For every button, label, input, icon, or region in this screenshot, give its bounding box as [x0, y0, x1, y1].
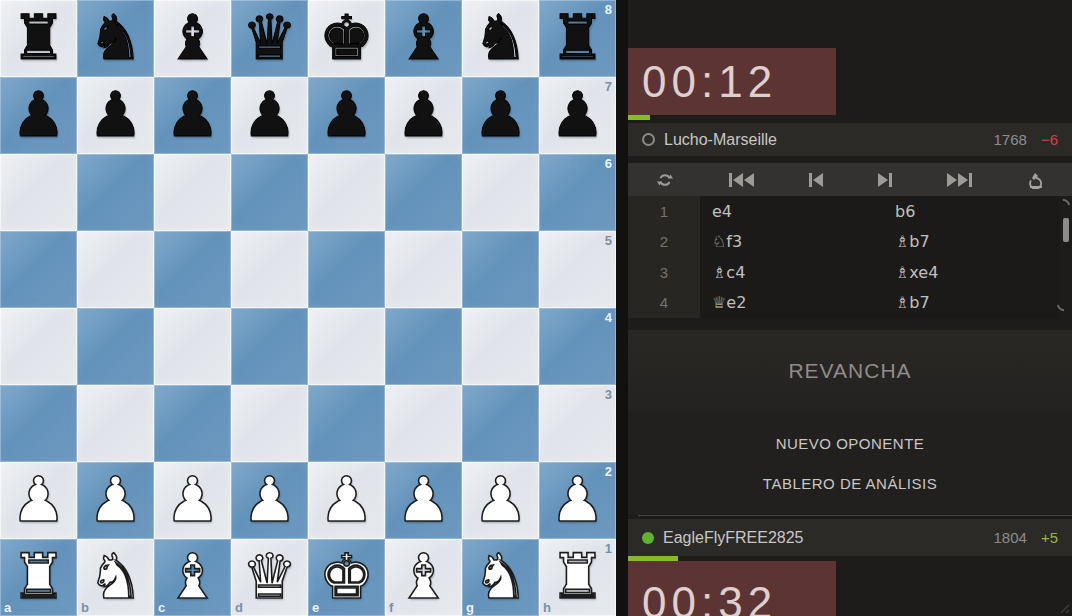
player-rating-delta: +5: [1041, 529, 1058, 546]
black-pawn-piece[interactable]: ♟: [385, 77, 462, 154]
move-number: 3: [628, 257, 700, 288]
square-a2[interactable]: ♟: [0, 462, 77, 539]
square-c7[interactable]: ♟: [154, 77, 231, 154]
post-game-buttons: NUEVO OPONENTE TABLERO DE ANÁLISIS: [628, 412, 1072, 515]
square-d4[interactable]: [231, 308, 308, 385]
black-bishop-piece[interactable]: ♝: [154, 0, 231, 77]
square-b7[interactable]: ♟: [77, 77, 154, 154]
move-number: 4: [628, 288, 700, 319]
app-root: ♜♞♝♛♚♝♞♜♟♟♟♟♟♟♟♟♟♟♟♟♟♟♟♟♜♞♝♛♚♝♞♜87654321…: [0, 0, 1072, 616]
new-opponent-button[interactable]: NUEVO OPONENTE: [770, 434, 931, 453]
white-pawn-piece[interactable]: ♟: [0, 462, 77, 539]
square-g3[interactable]: [462, 385, 539, 462]
move-black[interactable]: ♗b7: [883, 288, 1060, 319]
move-nav-bar: [628, 163, 1072, 196]
resize-diagonal-icon: [1057, 601, 1070, 614]
opponent-name[interactable]: Lucho-Marseille: [664, 131, 985, 149]
file-label-c: c: [158, 600, 165, 615]
black-pawn-piece[interactable]: ♟: [308, 77, 385, 154]
white-pawn-piece[interactable]: ♟: [154, 462, 231, 539]
move-white[interactable]: ♘f3: [700, 227, 883, 258]
white-bishop-piece[interactable]: ♝: [385, 539, 462, 616]
square-b2[interactable]: ♟: [77, 462, 154, 539]
square-f3[interactable]: [385, 385, 462, 462]
black-pawn-piece[interactable]: ♟: [0, 77, 77, 154]
file-label-e: e: [312, 600, 319, 615]
black-pawn-piece[interactable]: ♟: [77, 77, 154, 154]
square-e4[interactable]: [308, 308, 385, 385]
square-f6[interactable]: [385, 154, 462, 231]
player-clock: 00:32: [628, 561, 836, 616]
square-d7[interactable]: ♟: [231, 77, 308, 154]
file-label-f: f: [389, 600, 393, 615]
square-d5[interactable]: [231, 231, 308, 308]
rank-label-7: 7: [592, 79, 612, 94]
rank-label-3: 3: [592, 387, 612, 402]
square-f7[interactable]: ♟: [385, 77, 462, 154]
file-label-g: g: [466, 600, 474, 615]
move-number: 2: [628, 227, 700, 258]
square-a8[interactable]: ♜: [0, 0, 77, 77]
square-d3[interactable]: [231, 385, 308, 462]
sidebar-content: 00:12 Lucho-Marseille 1768 −6: [628, 0, 1072, 616]
white-pawn-piece[interactable]: ♟: [385, 462, 462, 539]
square-c5[interactable]: [154, 231, 231, 308]
black-king-piece[interactable]: ♚: [308, 0, 385, 77]
rank-label-6: 6: [592, 156, 612, 171]
square-g6[interactable]: [462, 154, 539, 231]
square-g8[interactable]: ♞: [462, 0, 539, 77]
offline-status-icon: [642, 133, 655, 146]
square-f2[interactable]: ♟: [385, 462, 462, 539]
white-pawn-piece[interactable]: ♟: [308, 462, 385, 539]
last-move-icon[interactable]: [947, 172, 972, 188]
black-bishop-piece[interactable]: ♝: [385, 0, 462, 77]
square-b8[interactable]: ♞: [77, 0, 154, 77]
square-e1[interactable]: ♚: [308, 539, 385, 616]
square-d6[interactable]: [231, 154, 308, 231]
file-label-a: a: [4, 600, 11, 615]
square-b5[interactable]: [77, 231, 154, 308]
square-b6[interactable]: [77, 154, 154, 231]
square-a5[interactable]: [0, 231, 77, 308]
square-e6[interactable]: [308, 154, 385, 231]
game-sidebar: 00:12 Lucho-Marseille 1768 −6: [616, 0, 1072, 616]
square-c2[interactable]: ♟: [154, 462, 231, 539]
player-name[interactable]: EagleFlyFREE2825: [663, 529, 985, 547]
chess-board[interactable]: ♜♞♝♛♚♝♞♜♟♟♟♟♟♟♟♟♟♟♟♟♟♟♟♟♜♞♝♛♚♝♞♜87654321…: [0, 0, 616, 616]
black-knight-piece[interactable]: ♞: [77, 0, 154, 77]
file-label-b: b: [81, 600, 89, 615]
square-a3[interactable]: [0, 385, 77, 462]
white-rook-piece[interactable]: ♜: [0, 539, 77, 616]
square-f1[interactable]: ♝: [385, 539, 462, 616]
square-a1[interactable]: ♜: [0, 539, 77, 616]
square-g4[interactable]: [462, 308, 539, 385]
rank-label-4: 4: [592, 310, 612, 325]
player-rating: 1804: [994, 529, 1027, 546]
section-divider: [638, 515, 1072, 516]
file-label-d: d: [235, 600, 243, 615]
move-white[interactable]: ♗c4: [700, 257, 883, 288]
move-white[interactable]: ♕e2: [700, 288, 883, 319]
square-d8[interactable]: ♛: [231, 0, 308, 77]
black-pawn-piece[interactable]: ♟: [231, 77, 308, 154]
opponent-rating: 1768: [994, 131, 1027, 148]
square-c3[interactable]: [154, 385, 231, 462]
move-list: 1 e4 b6 2 ♘f3 ♗b7 3 ♗c4 ♗xe4 4 ♕e2 ♗b7: [628, 196, 1060, 318]
next-move-icon[interactable]: [878, 172, 892, 188]
square-a6[interactable]: [0, 154, 77, 231]
move-white[interactable]: e4: [700, 196, 883, 227]
white-king-piece[interactable]: ♚: [308, 539, 385, 616]
move-list-scrollbar[interactable]: [1060, 196, 1072, 318]
player-row: EagleFlyFREE2825 1804 +5: [628, 519, 1072, 556]
black-queen-piece[interactable]: ♛: [231, 0, 308, 77]
rank-label-8: 8: [592, 2, 612, 17]
previous-move-icon[interactable]: [809, 172, 823, 188]
file-label-h: h: [543, 600, 551, 615]
move-black[interactable]: ♗b7: [883, 227, 1060, 258]
square-c8[interactable]: ♝: [154, 0, 231, 77]
white-pawn-piece[interactable]: ♟: [462, 462, 539, 539]
white-pawn-piece[interactable]: ♟: [77, 462, 154, 539]
rematch-button[interactable]: REVANCHA: [788, 359, 911, 383]
square-g2[interactable]: ♟: [462, 462, 539, 539]
board-resize-handle[interactable]: [1057, 601, 1070, 614]
square-g7[interactable]: ♟: [462, 77, 539, 154]
black-knight-piece[interactable]: ♞: [462, 0, 539, 77]
analysis-microscope-icon[interactable]: [1027, 172, 1045, 188]
square-c1[interactable]: ♝: [154, 539, 231, 616]
square-e5[interactable]: [308, 231, 385, 308]
white-bishop-piece[interactable]: ♝: [154, 539, 231, 616]
square-g5[interactable]: [462, 231, 539, 308]
scrollbar-thumb[interactable]: [1063, 218, 1069, 242]
square-f5[interactable]: [385, 231, 462, 308]
rank-label-2: 2: [592, 464, 612, 479]
move-black[interactable]: ♗xe4: [883, 257, 1060, 288]
first-move-icon[interactable]: [729, 172, 754, 188]
opponent-row: Lucho-Marseille 1768 −6: [628, 123, 1072, 156]
square-e7[interactable]: ♟: [308, 77, 385, 154]
square-e8[interactable]: ♚: [308, 0, 385, 77]
square-e2[interactable]: ♟: [308, 462, 385, 539]
black-rook-piece[interactable]: ♜: [0, 0, 77, 77]
square-b3[interactable]: [77, 385, 154, 462]
rank-label-1: 1: [592, 541, 612, 556]
square-a7[interactable]: ♟: [0, 77, 77, 154]
analysis-board-button[interactable]: TABLERO DE ANÁLISIS: [757, 474, 943, 493]
rank-label-5: 5: [592, 233, 612, 248]
square-d2[interactable]: ♟: [231, 462, 308, 539]
rematch-cycle-icon[interactable]: [656, 172, 674, 188]
square-c4[interactable]: [154, 308, 231, 385]
opponent-time-bar: [628, 115, 650, 120]
square-c6[interactable]: [154, 154, 231, 231]
white-pawn-piece[interactable]: ♟: [231, 462, 308, 539]
square-a4[interactable]: [0, 308, 77, 385]
black-pawn-piece[interactable]: ♟: [154, 77, 231, 154]
opponent-rating-delta: −6: [1041, 131, 1058, 148]
square-b4[interactable]: [77, 308, 154, 385]
online-status-icon: [642, 532, 654, 544]
move-number: 1: [628, 196, 700, 227]
move-black[interactable]: b6: [883, 196, 1060, 227]
square-f4[interactable]: [385, 308, 462, 385]
rematch-section: REVANCHA: [628, 330, 1072, 412]
square-f8[interactable]: ♝: [385, 0, 462, 77]
opponent-clock: 00:12: [628, 48, 836, 115]
square-e3[interactable]: [308, 385, 385, 462]
black-pawn-piece[interactable]: ♟: [462, 77, 539, 154]
